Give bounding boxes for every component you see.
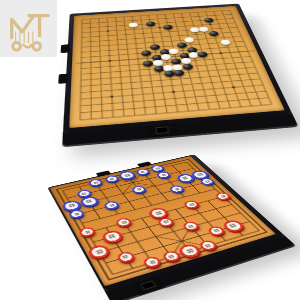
piece-character — [152, 210, 164, 217]
xiangqi-piece-red-傌 — [115, 250, 136, 263]
xiangqi-piece-red-兵 — [78, 226, 97, 238]
go-hinge — [61, 44, 70, 53]
white-stone — [163, 65, 175, 72]
xiangqi-piece-blue-卒 — [68, 209, 86, 220]
piece-character — [106, 233, 119, 241]
go-board-3d — [63, 4, 292, 133]
black-stone — [182, 63, 194, 70]
piece-character — [80, 191, 88, 196]
xiangqi-piece-red-仕 — [161, 250, 182, 263]
piece-character — [226, 222, 239, 229]
piece-character — [173, 187, 182, 192]
xiangqi-board-surface — [50, 156, 276, 286]
go-hinge — [58, 73, 68, 83]
piece-character — [218, 194, 227, 199]
white-stone — [180, 58, 192, 65]
xiangqi-piece-red-兵 — [114, 217, 133, 228]
piece-character — [153, 166, 161, 170]
piece-character — [107, 177, 115, 181]
xiangqi-piece-red-傌 — [181, 221, 201, 232]
xiangqi-piece-red-俥 — [220, 219, 246, 234]
xiangqi-board-3d — [47, 154, 285, 291]
piece-character — [211, 228, 221, 234]
xiangqi-piece-red-兵 — [156, 217, 175, 228]
go-clasp — [145, 123, 178, 138]
black-stone — [164, 70, 176, 77]
black-stone — [173, 70, 185, 77]
piece-character — [66, 202, 77, 209]
piece-character — [83, 198, 94, 204]
black-stone — [171, 58, 182, 65]
piece-character — [159, 173, 167, 177]
piece-character — [194, 172, 205, 177]
product-photo — [0, 0, 300, 300]
brand-watermark — [0, 0, 57, 57]
piece-character — [93, 248, 106, 256]
xiangqi-piece-red-俥 — [86, 244, 112, 261]
xiangqi-board-frame — [47, 154, 285, 291]
piece-character — [166, 253, 177, 260]
black-stone — [143, 60, 154, 67]
piece-character — [138, 170, 146, 174]
piece-character — [107, 203, 116, 208]
white-stone — [160, 54, 171, 60]
xiangqi-piece-red-炮 — [99, 229, 124, 244]
piece-character — [135, 187, 144, 192]
cart-logo-icon — [5, 5, 53, 53]
piece-character — [183, 247, 197, 255]
white-stone — [152, 60, 163, 67]
piece-character — [83, 229, 92, 235]
xiangqi-piece-red-相 — [141, 255, 162, 269]
piece-character — [203, 179, 212, 183]
go-board-surface — [69, 6, 285, 128]
piece-character — [202, 242, 213, 248]
piece-character — [161, 219, 171, 225]
piece-character — [120, 254, 130, 261]
xiangqi-piece-red-相 — [206, 225, 226, 237]
piece-character — [119, 220, 128, 226]
xiangqi-piece-red-仕 — [197, 239, 218, 252]
white-stone — [172, 64, 184, 71]
piece-character — [147, 259, 158, 266]
piece-character — [122, 173, 133, 178]
piece-character — [72, 211, 81, 216]
piece-character — [91, 180, 99, 184]
piece-character — [186, 223, 196, 229]
xiangqi-piece-red-帥 — [176, 243, 203, 260]
xiangqi-clasp — [132, 276, 166, 296]
piece-character — [180, 175, 191, 181]
go-grid — [69, 6, 285, 128]
piece-character — [187, 202, 196, 207]
black-stone — [153, 65, 164, 72]
go-board-frame — [63, 4, 292, 133]
